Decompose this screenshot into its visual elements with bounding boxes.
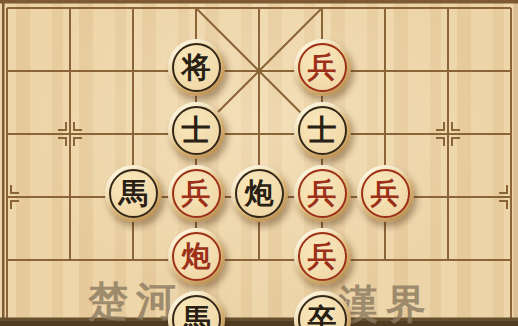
red-cannon-face: 炮 [172, 232, 221, 281]
piece-glyph: 士 [308, 116, 337, 145]
piece-glyph: 兵 [308, 242, 337, 271]
xiangqi-board[interactable]: 楚河 漢界 将兵士士馬兵炮兵兵炮兵馬卒 [0, 0, 518, 326]
black-advisor-1[interactable]: 士 [168, 102, 225, 159]
piece-glyph: 兵 [308, 53, 337, 82]
piece-glyph: 卒 [308, 305, 337, 326]
black-cannon[interactable]: 炮 [231, 165, 288, 222]
black-horse-1[interactable]: 馬 [105, 165, 162, 222]
red-soldier-2[interactable]: 兵 [168, 165, 225, 222]
red-soldier-5-face: 兵 [298, 232, 347, 281]
red-soldier-2-face: 兵 [172, 169, 221, 218]
black-horse-2-face: 馬 [172, 295, 221, 326]
red-cannon[interactable]: 炮 [168, 228, 225, 285]
black-horse-1-face: 馬 [109, 169, 158, 218]
piece-glyph: 馬 [119, 179, 148, 208]
red-soldier-1[interactable]: 兵 [294, 39, 351, 96]
piece-glyph: 炮 [182, 242, 211, 271]
red-soldier-3[interactable]: 兵 [294, 165, 351, 222]
red-soldier-4-face: 兵 [361, 169, 410, 218]
red-soldier-1-face: 兵 [298, 43, 347, 92]
black-advisor-1-face: 士 [172, 106, 221, 155]
black-general-face: 将 [172, 43, 221, 92]
black-advisor-2[interactable]: 士 [294, 102, 351, 159]
piece-glyph: 士 [182, 116, 211, 145]
piece-glyph: 兵 [308, 179, 337, 208]
black-general[interactable]: 将 [168, 39, 225, 96]
black-soldier[interactable]: 卒 [294, 291, 351, 326]
black-cannon-face: 炮 [235, 169, 284, 218]
red-soldier-5[interactable]: 兵 [294, 228, 351, 285]
black-horse-2[interactable]: 馬 [168, 291, 225, 326]
black-soldier-face: 卒 [298, 295, 347, 326]
red-soldier-4[interactable]: 兵 [357, 165, 414, 222]
piece-glyph: 炮 [245, 179, 274, 208]
piece-glyph: 兵 [182, 179, 211, 208]
red-soldier-3-face: 兵 [298, 169, 347, 218]
black-advisor-2-face: 士 [298, 106, 347, 155]
piece-glyph: 馬 [182, 305, 211, 326]
piece-glyph: 将 [182, 53, 211, 82]
piece-glyph: 兵 [371, 179, 400, 208]
pieces-layer: 将兵士士馬兵炮兵兵炮兵馬卒 [0, 0, 518, 326]
